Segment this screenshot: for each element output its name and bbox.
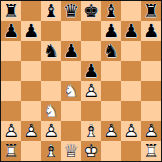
square-g1[interactable]: [121, 141, 141, 161]
black-bishop-piece[interactable]: ♝: [41, 1, 61, 21]
square-b8[interactable]: [21, 1, 41, 21]
piece-glyph-outline: ♗: [41, 141, 61, 161]
piece-glyph-outline: ♖: [1, 141, 21, 161]
white-king-piece[interactable]: ♚♔: [81, 141, 101, 161]
square-f2[interactable]: ♟♙: [101, 121, 121, 141]
square-e2[interactable]: ♝♗: [81, 121, 101, 141]
square-a6[interactable]: [1, 41, 21, 61]
piece-glyph-fill: ♟: [1, 21, 21, 41]
square-d4[interactable]: ♞♘: [61, 81, 81, 101]
black-king-piece[interactable]: ♚: [81, 1, 101, 21]
square-b2[interactable]: ♟♙: [21, 121, 41, 141]
white-bishop-piece[interactable]: ♝♗: [41, 141, 61, 161]
piece-glyph-fill: ♚: [81, 1, 101, 21]
square-e8[interactable]: ♚: [81, 1, 101, 21]
piece-glyph-fill: ♛: [61, 1, 81, 21]
black-bishop-piece[interactable]: ♝: [101, 1, 121, 21]
piece-glyph-fill: ♟: [81, 61, 101, 81]
piece-glyph-outline: ♘: [41, 101, 61, 121]
square-h3[interactable]: [141, 101, 161, 121]
square-c4[interactable]: [41, 81, 61, 101]
white-pawn-piece[interactable]: ♟♙: [1, 121, 21, 141]
square-b6[interactable]: [21, 41, 41, 61]
square-h4[interactable]: [141, 81, 161, 101]
square-e3[interactable]: [81, 101, 101, 121]
square-c5[interactable]: [41, 61, 61, 81]
piece-glyph-fill: ♟: [101, 21, 121, 41]
square-g4[interactable]: [121, 81, 141, 101]
piece-glyph-outline: ♙: [141, 121, 161, 141]
square-e5[interactable]: ♟: [81, 61, 101, 81]
piece-glyph-outline: ♙: [81, 81, 101, 101]
black-pawn-piece[interactable]: ♟: [21, 21, 41, 41]
square-f3[interactable]: [101, 101, 121, 121]
white-knight-piece[interactable]: ♞♘: [61, 81, 81, 101]
square-c1[interactable]: ♝♗: [41, 141, 61, 161]
black-pawn-piece[interactable]: ♟: [61, 41, 81, 61]
piece-glyph-fill: ♟: [61, 41, 81, 61]
square-d8[interactable]: ♛: [61, 1, 81, 21]
piece-glyph-outline: ♙: [21, 121, 41, 141]
square-a3[interactable]: [1, 101, 21, 121]
square-f1[interactable]: [101, 141, 121, 161]
square-a4[interactable]: [1, 81, 21, 101]
square-f7[interactable]: ♟: [101, 21, 121, 41]
square-f4[interactable]: [101, 81, 121, 101]
piece-glyph-outline: ♗: [81, 121, 101, 141]
black-knight-piece[interactable]: ♞: [41, 41, 61, 61]
piece-glyph-fill: ♞: [41, 41, 61, 61]
black-pawn-piece[interactable]: ♟: [121, 21, 141, 41]
square-b4[interactable]: [21, 81, 41, 101]
square-d2[interactable]: [61, 121, 81, 141]
square-a7[interactable]: ♟: [1, 21, 21, 41]
white-knight-piece[interactable]: ♞♘: [41, 101, 61, 121]
square-h6[interactable]: [141, 41, 161, 61]
square-a1[interactable]: ♜♖: [1, 141, 21, 161]
square-g8[interactable]: [121, 1, 141, 21]
piece-glyph-outline: ♖: [141, 141, 161, 161]
square-b1[interactable]: [21, 141, 41, 161]
piece-glyph-outline: ♘: [61, 81, 81, 101]
white-pawn-piece[interactable]: ♟♙: [21, 121, 41, 141]
square-c8[interactable]: ♝: [41, 1, 61, 21]
white-rook-piece[interactable]: ♜♖: [141, 141, 161, 161]
square-b5[interactable]: [21, 61, 41, 81]
piece-glyph-fill: ♞: [101, 41, 121, 61]
square-h7[interactable]: ♟: [141, 21, 161, 41]
square-g3[interactable]: [121, 101, 141, 121]
piece-glyph-fill: ♜: [141, 1, 161, 21]
square-b7[interactable]: ♟: [21, 21, 41, 41]
square-h1[interactable]: ♜♖: [141, 141, 161, 161]
white-pawn-piece[interactable]: ♟♙: [141, 121, 161, 141]
piece-glyph-outline: ♙: [101, 121, 121, 141]
piece-glyph-fill: ♟: [121, 21, 141, 41]
square-d6[interactable]: ♟: [61, 41, 81, 61]
piece-glyph-fill: ♜: [1, 1, 21, 21]
square-h5[interactable]: [141, 61, 161, 81]
square-a2[interactable]: ♟♙: [1, 121, 21, 141]
black-pawn-piece[interactable]: ♟: [81, 61, 101, 81]
square-h2[interactable]: ♟♙: [141, 121, 161, 141]
piece-glyph-fill: ♟: [141, 21, 161, 41]
piece-glyph-fill: ♟: [21, 21, 41, 41]
square-f5[interactable]: [101, 61, 121, 81]
square-c3[interactable]: ♞♘: [41, 101, 61, 121]
square-e4[interactable]: ♟♙: [81, 81, 101, 101]
square-a5[interactable]: [1, 61, 21, 81]
square-g2[interactable]: ♟♙: [121, 121, 141, 141]
black-rook-piece[interactable]: ♜: [1, 1, 21, 21]
white-pawn-piece[interactable]: ♟♙: [101, 121, 121, 141]
white-pawn-piece[interactable]: ♟♙: [81, 81, 101, 101]
piece-glyph-fill: ♝: [101, 1, 121, 21]
square-b3[interactable]: [21, 101, 41, 121]
square-f6[interactable]: ♞: [101, 41, 121, 61]
black-knight-piece[interactable]: ♞: [101, 41, 121, 61]
white-pawn-piece[interactable]: ♟♙: [41, 121, 61, 141]
square-g6[interactable]: [121, 41, 141, 61]
black-queen-piece[interactable]: ♛: [61, 1, 81, 21]
square-h8[interactable]: ♜: [141, 1, 161, 21]
white-rook-piece[interactable]: ♜♖: [1, 141, 21, 161]
square-c7[interactable]: [41, 21, 61, 41]
black-rook-piece[interactable]: ♜: [141, 1, 161, 21]
piece-glyph-outline: ♔: [81, 141, 101, 161]
piece-glyph-outline: ♙: [1, 121, 21, 141]
square-f8[interactable]: ♝: [101, 1, 121, 21]
piece-glyph-outline: ♙: [121, 121, 141, 141]
square-c6[interactable]: ♞: [41, 41, 61, 61]
black-pawn-piece[interactable]: ♟: [1, 21, 21, 41]
square-c2[interactable]: ♟♙: [41, 121, 61, 141]
square-d3[interactable]: [61, 101, 81, 121]
black-pawn-piece[interactable]: ♟: [101, 21, 121, 41]
square-e7[interactable]: [81, 21, 101, 41]
black-pawn-piece[interactable]: ♟: [141, 21, 161, 41]
piece-glyph-outline: ♕: [61, 141, 81, 161]
square-g5[interactable]: [121, 61, 141, 81]
white-queen-piece[interactable]: ♛♕: [61, 141, 81, 161]
piece-glyph-outline: ♙: [41, 121, 61, 141]
piece-glyph-fill: ♝: [41, 1, 61, 21]
white-bishop-piece[interactable]: ♝♗: [81, 121, 101, 141]
square-d7[interactable]: [61, 21, 81, 41]
square-d1[interactable]: ♛♕: [61, 141, 81, 161]
square-e6[interactable]: [81, 41, 101, 61]
chess-board: ♜♝♛♚♝♜♟♟♟♟♟♞♟♞♟♞♘♟♙♞♘♟♙♟♙♟♙♝♗♟♙♟♙♟♙♜♖♝♗♛…: [0, 0, 162, 162]
square-a8[interactable]: ♜: [1, 1, 21, 21]
white-pawn-piece[interactable]: ♟♙: [121, 121, 141, 141]
square-d5[interactable]: [61, 61, 81, 81]
square-g7[interactable]: ♟: [121, 21, 141, 41]
square-e1[interactable]: ♚♔: [81, 141, 101, 161]
